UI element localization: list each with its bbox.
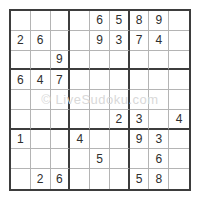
cell-r7c4[interactable]: 4 [70, 130, 90, 150]
cell-r9c7[interactable]: 5 [130, 169, 150, 189]
cell-r7c9[interactable] [169, 130, 189, 150]
sudoku-board: 658926937496472341493562658 [9, 9, 191, 191]
cell-r2c6[interactable]: 3 [110, 31, 130, 51]
cell-r5c7[interactable] [130, 90, 150, 110]
cell-r1c9[interactable] [169, 11, 189, 31]
cell-r2c5[interactable]: 9 [90, 31, 110, 51]
cell-r7c1[interactable]: 1 [11, 130, 31, 150]
cell-r8c5[interactable]: 5 [90, 149, 110, 169]
cell-r3c9[interactable] [169, 51, 189, 71]
cell-r5c2[interactable] [31, 90, 51, 110]
cell-r2c9[interactable] [169, 31, 189, 51]
cell-r4c2[interactable]: 4 [31, 70, 51, 90]
cell-r3c1[interactable] [11, 51, 31, 71]
cell-r5c8[interactable] [149, 90, 169, 110]
cell-r9c3[interactable]: 6 [51, 169, 71, 189]
cell-r2c4[interactable] [70, 31, 90, 51]
sudoku-page: 658926937496472341493562658 © LiveSudoku… [0, 0, 200, 200]
cell-r9c2[interactable]: 2 [31, 169, 51, 189]
cell-r2c2[interactable]: 6 [31, 31, 51, 51]
cell-r1c7[interactable]: 8 [130, 11, 150, 31]
cell-r9c5[interactable] [90, 169, 110, 189]
cell-r1c3[interactable] [51, 11, 71, 31]
cell-r3c2[interactable] [31, 51, 51, 71]
cell-r8c9[interactable] [169, 149, 189, 169]
cell-r7c6[interactable] [110, 130, 130, 150]
cell-r6c1[interactable] [11, 110, 31, 130]
cell-r8c2[interactable] [31, 149, 51, 169]
cell-r2c3[interactable] [51, 31, 71, 51]
cell-r1c6[interactable]: 5 [110, 11, 130, 31]
cell-r1c4[interactable] [70, 11, 90, 31]
cell-r5c9[interactable] [169, 90, 189, 110]
cell-r8c4[interactable] [70, 149, 90, 169]
cell-r3c8[interactable] [149, 51, 169, 71]
cell-r3c5[interactable] [90, 51, 110, 71]
cell-r9c4[interactable] [70, 169, 90, 189]
cell-r6c2[interactable] [31, 110, 51, 130]
cell-r5c1[interactable] [11, 90, 31, 110]
cell-r4c4[interactable] [70, 70, 90, 90]
cell-r6c7[interactable]: 3 [130, 110, 150, 130]
cell-r8c6[interactable] [110, 149, 130, 169]
cell-r9c8[interactable]: 8 [149, 169, 169, 189]
cell-r6c4[interactable] [70, 110, 90, 130]
cell-r4c8[interactable] [149, 70, 169, 90]
cell-r5c4[interactable] [70, 90, 90, 110]
cell-r9c1[interactable] [11, 169, 31, 189]
cell-r7c5[interactable] [90, 130, 110, 150]
cell-r6c9[interactable]: 4 [169, 110, 189, 130]
cell-r8c3[interactable] [51, 149, 71, 169]
cell-r8c7[interactable] [130, 149, 150, 169]
cell-r4c1[interactable]: 6 [11, 70, 31, 90]
cell-r4c9[interactable] [169, 70, 189, 90]
cell-r8c1[interactable] [11, 149, 31, 169]
cell-r3c4[interactable] [70, 51, 90, 71]
cell-r7c2[interactable] [31, 130, 51, 150]
cell-r4c5[interactable] [90, 70, 110, 90]
cell-r1c8[interactable]: 9 [149, 11, 169, 31]
cell-r6c8[interactable] [149, 110, 169, 130]
cell-r3c7[interactable] [130, 51, 150, 71]
cell-r2c1[interactable]: 2 [11, 31, 31, 51]
cell-r5c5[interactable] [90, 90, 110, 110]
cell-r6c5[interactable] [90, 110, 110, 130]
cell-r4c3[interactable]: 7 [51, 70, 71, 90]
cell-r1c2[interactable] [31, 11, 51, 31]
cell-r6c6[interactable]: 2 [110, 110, 130, 130]
cell-r1c1[interactable] [11, 11, 31, 31]
cell-r5c3[interactable] [51, 90, 71, 110]
cell-r7c3[interactable] [51, 130, 71, 150]
cell-r4c6[interactable] [110, 70, 130, 90]
cell-r1c5[interactable]: 6 [90, 11, 110, 31]
cell-r2c8[interactable]: 4 [149, 31, 169, 51]
cell-r9c9[interactable] [169, 169, 189, 189]
cell-r7c8[interactable]: 3 [149, 130, 169, 150]
cell-r5c6[interactable] [110, 90, 130, 110]
cell-r8c8[interactable]: 6 [149, 149, 169, 169]
cell-r9c6[interactable] [110, 169, 130, 189]
cell-r3c6[interactable] [110, 51, 130, 71]
cell-r4c7[interactable] [130, 70, 150, 90]
cell-r6c3[interactable] [51, 110, 71, 130]
cell-r7c7[interactable]: 9 [130, 130, 150, 150]
cell-r2c7[interactable]: 7 [130, 31, 150, 51]
cell-r3c3[interactable]: 9 [51, 51, 71, 71]
